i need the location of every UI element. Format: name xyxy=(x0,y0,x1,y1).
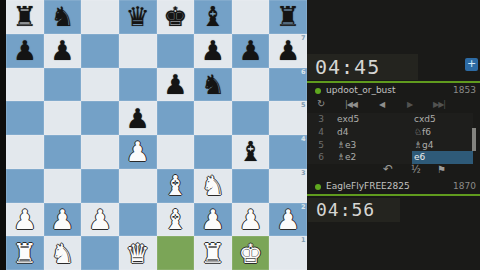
square-h5[interactable]: 5 xyxy=(269,101,307,135)
square-f8[interactable]: ♝ xyxy=(194,0,232,34)
bottom-player-rating: 1870 xyxy=(453,181,476,191)
square-a6[interactable] xyxy=(6,68,44,102)
move-list-scrollbar[interactable] xyxy=(472,128,476,151)
white-pawn: ♟ xyxy=(50,206,74,233)
chess-app-window: ♜♞♛♚♝♜♟♟♟♟7♟♟♞6♟5♟♝4♝♞3♟♟♟♝♟♟2♟♜♞♛♜♚1 04… xyxy=(0,0,480,270)
rank-label: 2 xyxy=(301,203,306,211)
square-g4[interactable]: ♝ xyxy=(232,135,270,169)
move-row: 3 exd5 cxd5 xyxy=(307,113,473,126)
square-d8[interactable]: ♛ xyxy=(119,0,157,34)
square-h7[interactable]: 7♟ xyxy=(269,34,307,68)
game-side-panel: 04:45 + updoot_or_bust 1853 ↻ |◀◀ ◀ ▶ ▶▶… xyxy=(307,0,480,270)
clock-top-player: 04:45 xyxy=(307,54,418,80)
chess-board: ♜♞♛♚♝♜♟♟♟♟7♟♟♞6♟5♟♝4♝♞3♟♟♟♝♟♟2♟♜♞♛♜♚1 xyxy=(6,0,307,270)
square-f7[interactable]: ♟ xyxy=(194,34,232,68)
white-pawn: ♟ xyxy=(88,206,112,233)
white-pawn: ♟ xyxy=(201,206,225,233)
black-pawn: ♟ xyxy=(238,37,262,64)
move-nav-bar: ↻ |◀◀ ◀ ▶ ▶▶| xyxy=(307,99,480,112)
square-c7[interactable] xyxy=(81,34,119,68)
square-f2[interactable]: ♟ xyxy=(194,203,232,237)
draw-offer-icon[interactable]: ½ xyxy=(411,164,421,175)
prev-move-icon[interactable]: ◀ xyxy=(379,100,384,109)
white-pawn: ♟ xyxy=(126,138,150,165)
black-pawn: ♟ xyxy=(201,37,225,64)
square-c4[interactable] xyxy=(81,135,119,169)
square-a1[interactable]: ♜ xyxy=(6,236,44,270)
square-c5[interactable] xyxy=(81,101,119,135)
square-f6[interactable]: ♞ xyxy=(194,68,232,102)
rank-label: 6 xyxy=(301,68,306,76)
square-e4[interactable] xyxy=(157,135,195,169)
square-d3[interactable] xyxy=(119,169,157,203)
square-c8[interactable] xyxy=(81,0,119,34)
square-d1[interactable]: ♛ xyxy=(119,236,157,270)
move-list: 3 exd5 cxd5 4 d4 ♘f6 5 ♗e3 ♗g4 6 ♗e2 e6 xyxy=(307,113,473,164)
white-queen: ♛ xyxy=(126,240,150,267)
white-knight: ♞ xyxy=(201,172,225,199)
square-b4[interactable] xyxy=(44,135,82,169)
square-a4[interactable] xyxy=(6,135,44,169)
square-a2[interactable]: ♟ xyxy=(6,203,44,237)
white-bishop: ♝ xyxy=(163,206,187,233)
next-move-icon[interactable]: ▶ xyxy=(407,100,412,109)
white-knight: ♞ xyxy=(50,240,74,267)
square-h1[interactable]: 1 xyxy=(269,236,307,270)
square-f4[interactable] xyxy=(194,135,232,169)
square-a7[interactable]: ♟ xyxy=(6,34,44,68)
move-black[interactable]: cxd5 xyxy=(412,113,473,126)
square-f3[interactable]: ♞ xyxy=(194,169,232,203)
black-knight: ♞ xyxy=(50,3,74,30)
square-e6[interactable]: ♟ xyxy=(157,68,195,102)
rank-label: 7 xyxy=(301,34,306,42)
square-h2[interactable]: 2♟ xyxy=(269,203,307,237)
black-king: ♚ xyxy=(163,3,187,30)
rank-label: 1 xyxy=(301,236,306,244)
square-g6[interactable] xyxy=(232,68,270,102)
square-a8[interactable]: ♜ xyxy=(6,0,44,34)
rank-label: 5 xyxy=(301,101,306,109)
square-b6[interactable] xyxy=(44,68,82,102)
square-e2[interactable]: ♝ xyxy=(157,203,195,237)
square-b3[interactable] xyxy=(44,169,82,203)
move-black[interactable]: ♗g4 xyxy=(412,139,473,152)
resign-flag-icon[interactable]: ⚑ xyxy=(437,164,446,175)
square-c2[interactable]: ♟ xyxy=(81,203,119,237)
bottom-player-accent-bar xyxy=(307,194,480,196)
move-row: 4 d4 ♘f6 xyxy=(307,126,473,139)
square-d6[interactable] xyxy=(119,68,157,102)
white-pawn: ♟ xyxy=(13,206,37,233)
black-pawn: ♟ xyxy=(13,37,37,64)
move-white[interactable]: ♗e3 xyxy=(335,139,412,152)
white-pawn: ♟ xyxy=(238,206,262,233)
takeback-icon[interactable]: ↶ xyxy=(383,162,393,176)
clock-bottom-player: 04:56 xyxy=(308,198,400,222)
black-pawn: ♟ xyxy=(50,37,74,64)
square-f1[interactable]: ♜ xyxy=(194,236,232,270)
move-row: 5 ♗e3 ♗g4 xyxy=(307,139,473,152)
square-g7[interactable]: ♟ xyxy=(232,34,270,68)
flip-board-icon[interactable]: ↻ xyxy=(317,98,324,109)
move-number: 3 xyxy=(307,113,335,126)
black-pawn: ♟ xyxy=(276,37,300,64)
square-b5[interactable] xyxy=(44,101,82,135)
square-g8[interactable] xyxy=(232,0,270,34)
online-dot-icon xyxy=(315,184,321,190)
square-c6[interactable] xyxy=(81,68,119,102)
square-g2[interactable]: ♟ xyxy=(232,203,270,237)
top-player-accent-bar xyxy=(307,81,480,83)
square-d7[interactable] xyxy=(119,34,157,68)
top-player-name[interactable]: updoot_or_bust xyxy=(326,85,396,95)
square-b2[interactable]: ♟ xyxy=(44,203,82,237)
square-h6[interactable]: 6 xyxy=(269,68,307,102)
white-rook: ♜ xyxy=(201,240,225,267)
square-e1[interactable] xyxy=(157,236,195,270)
square-g5[interactable] xyxy=(232,101,270,135)
square-e7[interactable] xyxy=(157,34,195,68)
square-g1[interactable]: ♚ xyxy=(232,236,270,270)
black-knight: ♞ xyxy=(201,71,225,98)
square-d2[interactable] xyxy=(119,203,157,237)
black-pawn: ♟ xyxy=(163,71,187,98)
add-time-button[interactable]: + xyxy=(465,58,478,71)
square-c3[interactable] xyxy=(81,169,119,203)
square-c1[interactable] xyxy=(81,236,119,270)
square-d5[interactable]: ♟ xyxy=(119,101,157,135)
black-queen: ♛ xyxy=(126,3,150,30)
square-b1[interactable]: ♞ xyxy=(44,236,82,270)
white-rook: ♜ xyxy=(13,240,37,267)
square-f5[interactable] xyxy=(194,101,232,135)
bottom-player-name[interactable]: EagleFlyFREE2825 xyxy=(326,181,410,191)
square-e8[interactable]: ♚ xyxy=(157,0,195,34)
square-e3[interactable]: ♝ xyxy=(157,169,195,203)
square-h8[interactable]: ♜ xyxy=(269,0,307,34)
square-a3[interactable] xyxy=(6,169,44,203)
square-h4[interactable]: 4 xyxy=(269,135,307,169)
online-dot-icon xyxy=(315,88,321,94)
move-white[interactable]: d4 xyxy=(335,126,412,139)
black-pawn: ♟ xyxy=(126,105,150,132)
square-a5[interactable] xyxy=(6,101,44,135)
square-d4[interactable]: ♟ xyxy=(119,135,157,169)
first-move-icon[interactable]: |◀◀ xyxy=(345,100,357,109)
white-king: ♚ xyxy=(238,240,262,267)
square-h3[interactable]: 3 xyxy=(269,169,307,203)
bottom-player-row: EagleFlyFREE2825 1870 xyxy=(307,180,480,194)
move-number: 4 xyxy=(307,126,335,139)
move-number: 5 xyxy=(307,139,335,152)
top-player-row: updoot_or_bust 1853 xyxy=(307,84,480,98)
game-actions-bar: ↶ ½ ⚑ xyxy=(307,163,480,179)
move-black[interactable]: ♘f6 xyxy=(412,126,473,139)
black-bishop: ♝ xyxy=(238,138,262,165)
black-rook: ♜ xyxy=(13,3,37,30)
black-bishop: ♝ xyxy=(201,3,225,30)
white-bishop: ♝ xyxy=(163,172,187,199)
square-g3[interactable] xyxy=(232,169,270,203)
square-b8[interactable]: ♞ xyxy=(44,0,82,34)
move-white[interactable]: exd5 xyxy=(335,113,412,126)
square-e5[interactable] xyxy=(157,101,195,135)
last-move-icon[interactable]: ▶▶| xyxy=(433,100,445,109)
white-pawn: ♟ xyxy=(276,206,300,233)
rank-label: 4 xyxy=(301,135,306,143)
square-b7[interactable]: ♟ xyxy=(44,34,82,68)
top-player-rating: 1853 xyxy=(453,85,476,95)
black-rook: ♜ xyxy=(276,3,300,30)
rank-label: 3 xyxy=(301,169,306,177)
